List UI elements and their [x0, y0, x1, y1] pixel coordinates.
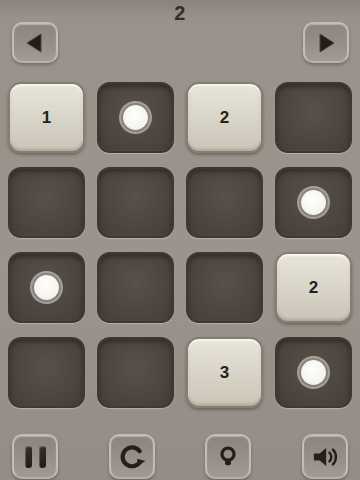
tile-r2c3-empty[interactable] [186, 167, 263, 238]
tile-r1c4-empty[interactable] [275, 82, 352, 153]
tile-r2c4-dot[interactable] [275, 167, 352, 238]
tile-r3c1-dot[interactable] [8, 252, 85, 323]
tile-r1c2-dot[interactable] [97, 82, 174, 153]
tile-r4c4-dot[interactable] [275, 337, 352, 408]
next-level-button[interactable] [303, 22, 349, 63]
dot-marker [301, 190, 326, 215]
restart-icon [118, 443, 146, 471]
tile-r1c3-number[interactable]: 2 [186, 82, 263, 153]
hint-button[interactable] [205, 434, 251, 479]
tile-number: 3 [220, 363, 229, 383]
sound-button[interactable] [302, 434, 348, 479]
tile-r2c2-empty[interactable] [97, 167, 174, 238]
right-arrow-icon [314, 31, 338, 55]
lightbulb-icon [215, 444, 241, 470]
level-indicator: 2 [0, 2, 360, 25]
pause-button[interactable] [12, 434, 58, 479]
speaker-icon [311, 443, 339, 471]
dot-marker [34, 275, 59, 300]
tile-r4c1-empty[interactable] [8, 337, 85, 408]
tile-r3c3-empty[interactable] [186, 252, 263, 323]
dot-marker [301, 360, 326, 385]
tile-r3c2-empty[interactable] [97, 252, 174, 323]
toolbar [0, 434, 360, 479]
tile-r4c2-empty[interactable] [97, 337, 174, 408]
tile-number: 2 [220, 108, 229, 128]
tile-number: 2 [309, 278, 318, 298]
previous-level-button[interactable] [12, 22, 58, 63]
tile-number: 1 [42, 108, 51, 128]
board-grid: 1223 [0, 82, 360, 408]
left-arrow-icon [23, 31, 47, 55]
pause-icon [25, 446, 46, 468]
tile-r2c1-empty[interactable] [8, 167, 85, 238]
tile-r4c3-number[interactable]: 3 [186, 337, 263, 408]
dot-marker [123, 105, 148, 130]
restart-button[interactable] [109, 434, 155, 479]
tile-r3c4-number[interactable]: 2 [275, 252, 352, 323]
tile-r1c1-number[interactable]: 1 [8, 82, 85, 153]
